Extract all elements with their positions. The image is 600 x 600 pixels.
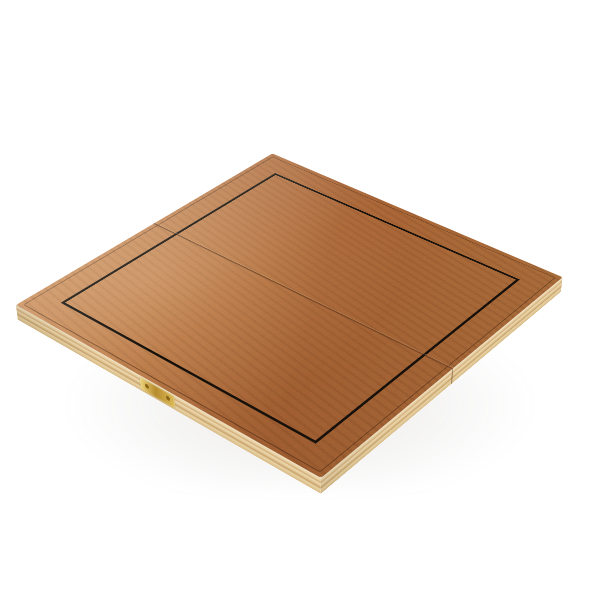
perspective-camera [0, 0, 600, 600]
chess-board [16, 154, 563, 479]
board-top-face [16, 154, 563, 479]
fold-seam-rail [451, 368, 453, 384]
chess-set-product-photo [0, 0, 600, 600]
